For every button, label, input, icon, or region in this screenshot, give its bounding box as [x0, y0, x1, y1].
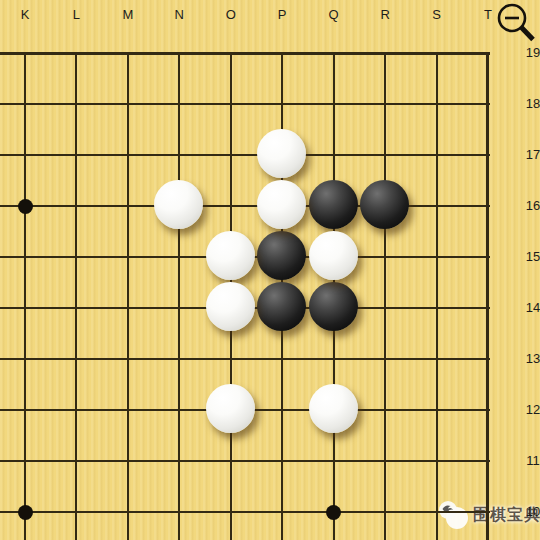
stone-white-O14 [206, 282, 255, 331]
grid-line-col-M [127, 52, 129, 540]
column-label-R: R [372, 7, 398, 22]
column-label-T: T [475, 7, 501, 22]
stone-black-P15 [257, 231, 306, 280]
stone-black-Q16 [309, 180, 358, 229]
row-label-15: 15 [520, 250, 540, 264]
grid-line-row-10 [0, 511, 490, 513]
stone-white-O15 [206, 231, 255, 280]
go-board-screen: 围棋宝典 KLMNOPQRST19181716151413121110 [0, 0, 540, 540]
grid-line-row-13 [0, 358, 490, 360]
column-label-S: S [424, 7, 450, 22]
column-label-Q: Q [321, 7, 347, 22]
row-label-16: 16 [520, 199, 540, 213]
grid-line-col-N [178, 52, 180, 540]
row-label-10: 10 [520, 505, 540, 519]
row-label-17: 17 [520, 148, 540, 162]
row-label-19: 19 [520, 46, 540, 60]
grid-line-col-L [75, 52, 77, 540]
app-logo-icon [436, 500, 470, 530]
row-label-11: 11 [520, 454, 540, 468]
stone-white-P17 [257, 129, 306, 178]
star-point-Q10 [326, 505, 341, 520]
stone-black-P14 [257, 282, 306, 331]
star-point-K10 [18, 505, 33, 520]
stone-black-R16 [360, 180, 409, 229]
grid-line-row-17 [0, 154, 490, 156]
grid-line-col-T [486, 52, 489, 540]
grid-line-col-K [24, 52, 26, 540]
stone-white-O12 [206, 384, 255, 433]
grid-line-col-S [436, 52, 438, 540]
column-label-M: M [115, 7, 141, 22]
grid-line-row-11 [0, 460, 490, 462]
stone-white-P16 [257, 180, 306, 229]
column-label-O: O [218, 7, 244, 22]
stone-white-Q15 [309, 231, 358, 280]
stone-black-Q14 [309, 282, 358, 331]
grid-line-row-19 [0, 52, 490, 55]
stone-white-N16 [154, 180, 203, 229]
row-label-18: 18 [520, 97, 540, 111]
column-label-L: L [63, 7, 89, 22]
stone-white-Q12 [309, 384, 358, 433]
column-label-P: P [269, 7, 295, 22]
grid-line-row-18 [0, 103, 490, 105]
column-label-N: N [166, 7, 192, 22]
grid-line-col-R [384, 52, 386, 540]
row-label-14: 14 [520, 301, 540, 315]
column-label-K: K [12, 7, 38, 22]
grid-line-row-16 [0, 205, 490, 207]
row-label-12: 12 [520, 403, 540, 417]
row-label-13: 13 [520, 352, 540, 366]
star-point-K16 [18, 199, 33, 214]
